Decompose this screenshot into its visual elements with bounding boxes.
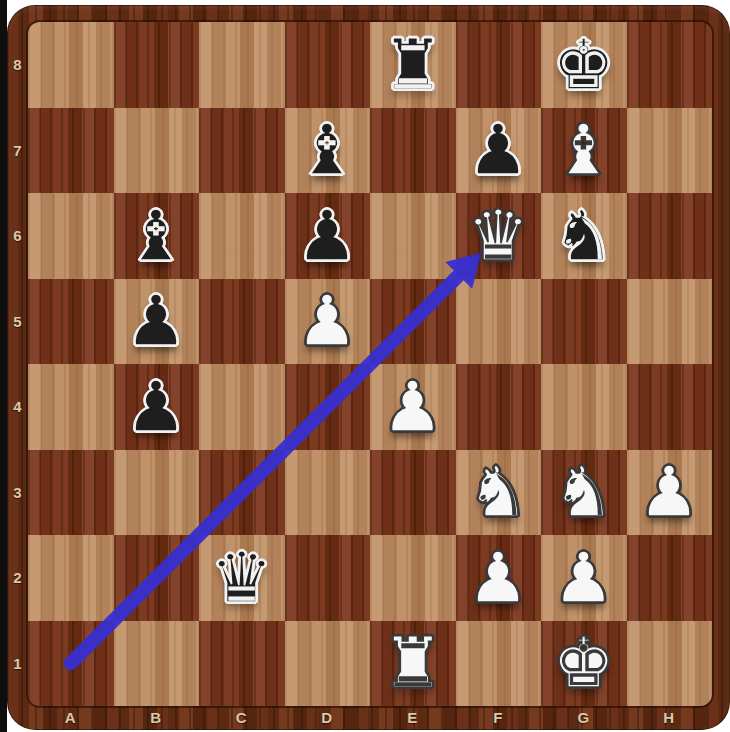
file-labels: ABCDEFGH xyxy=(28,706,712,730)
piece-white-queen-f6[interactable]: ♛ xyxy=(456,193,542,279)
piece-black-queen-c2[interactable]: ♛ xyxy=(199,535,285,621)
square-a1[interactable] xyxy=(28,621,114,707)
chessboard[interactable]: ♜♚♝♟♝♝♟♛♞♟♟♟♟♞♞♟♛♟♟♜♚ xyxy=(28,22,712,706)
square-d2[interactable] xyxy=(285,535,371,621)
rank-label-5: 5 xyxy=(7,279,28,365)
piece-white-pawn-h3[interactable]: ♟ xyxy=(627,450,713,536)
square-f1[interactable] xyxy=(456,621,542,707)
square-a3[interactable] xyxy=(28,450,114,536)
file-label-d: D xyxy=(285,706,371,728)
square-a5[interactable] xyxy=(28,279,114,365)
square-d4[interactable] xyxy=(285,364,371,450)
piece-white-king-g1[interactable]: ♚ xyxy=(541,621,627,707)
square-h2[interactable] xyxy=(627,535,713,621)
square-b1[interactable] xyxy=(114,621,200,707)
page-background: 87654321 ABCDEFGH ♜♚♝♟♝♝♟♛♞♟♟♟♟♞♞♟♛♟♟♜♚ xyxy=(0,0,730,732)
square-h4[interactable] xyxy=(627,364,713,450)
piece-black-bishop-d7[interactable]: ♝ xyxy=(285,108,371,194)
square-h1[interactable] xyxy=(627,621,713,707)
file-label-g: G xyxy=(541,706,627,728)
rank-label-7: 7 xyxy=(7,108,28,194)
piece-white-bishop-g7[interactable]: ♝ xyxy=(541,108,627,194)
square-a8[interactable] xyxy=(28,22,114,108)
square-f4[interactable] xyxy=(456,364,542,450)
file-label-f: F xyxy=(456,706,542,728)
square-c5[interactable] xyxy=(199,279,285,365)
square-e2[interactable] xyxy=(370,535,456,621)
square-b7[interactable] xyxy=(114,108,200,194)
piece-black-bishop-b6[interactable]: ♝ xyxy=(114,193,200,279)
square-f5[interactable] xyxy=(456,279,542,365)
rank-labels: 87654321 xyxy=(7,22,28,706)
square-b8[interactable] xyxy=(114,22,200,108)
rank-label-8: 8 xyxy=(7,22,28,108)
square-a7[interactable] xyxy=(28,108,114,194)
piece-black-pawn-f7[interactable]: ♟ xyxy=(456,108,542,194)
square-a2[interactable] xyxy=(28,535,114,621)
square-b3[interactable] xyxy=(114,450,200,536)
chessboard-frame: 87654321 ABCDEFGH ♜♚♝♟♝♝♟♛♞♟♟♟♟♞♞♟♛♟♟♜♚ xyxy=(7,5,730,730)
square-d1[interactable] xyxy=(285,621,371,707)
piece-white-pawn-g2[interactable]: ♟ xyxy=(541,535,627,621)
rank-label-6: 6 xyxy=(7,193,28,279)
piece-white-knight-g3[interactable]: ♞ xyxy=(541,450,627,536)
square-c7[interactable] xyxy=(199,108,285,194)
square-e7[interactable] xyxy=(370,108,456,194)
piece-black-rook-e8[interactable]: ♜ xyxy=(370,22,456,108)
file-label-e: E xyxy=(370,706,456,728)
rank-label-4: 4 xyxy=(7,364,28,450)
file-label-b: B xyxy=(114,706,200,728)
square-d3[interactable] xyxy=(285,450,371,536)
piece-white-knight-f3[interactable]: ♞ xyxy=(456,450,542,536)
square-e3[interactable] xyxy=(370,450,456,536)
square-d8[interactable] xyxy=(285,22,371,108)
square-a6[interactable] xyxy=(28,193,114,279)
piece-black-pawn-d6[interactable]: ♟ xyxy=(285,193,371,279)
square-a4[interactable] xyxy=(28,364,114,450)
file-label-h: H xyxy=(627,706,713,728)
square-c1[interactable] xyxy=(199,621,285,707)
square-e5[interactable] xyxy=(370,279,456,365)
piece-black-pawn-b5[interactable]: ♟ xyxy=(114,279,200,365)
square-c6[interactable] xyxy=(199,193,285,279)
square-h5[interactable] xyxy=(627,279,713,365)
piece-black-pawn-b4[interactable]: ♟ xyxy=(114,364,200,450)
rank-label-3: 3 xyxy=(7,450,28,536)
rank-label-1: 1 xyxy=(7,621,28,707)
file-label-a: A xyxy=(28,706,114,728)
square-c4[interactable] xyxy=(199,364,285,450)
file-label-c: C xyxy=(199,706,285,728)
square-h8[interactable] xyxy=(627,22,713,108)
piece-black-knight-g6[interactable]: ♞ xyxy=(541,193,627,279)
piece-white-pawn-e4[interactable]: ♟ xyxy=(370,364,456,450)
square-h7[interactable] xyxy=(627,108,713,194)
square-e6[interactable] xyxy=(370,193,456,279)
square-h6[interactable] xyxy=(627,193,713,279)
square-f8[interactable] xyxy=(456,22,542,108)
rank-label-2: 2 xyxy=(7,535,28,621)
piece-white-rook-e1[interactable]: ♜ xyxy=(370,621,456,707)
square-c8[interactable] xyxy=(199,22,285,108)
piece-white-pawn-d5[interactable]: ♟ xyxy=(285,279,371,365)
square-c3[interactable] xyxy=(199,450,285,536)
left-edge-strip xyxy=(0,0,7,732)
piece-black-king-g8[interactable]: ♚ xyxy=(541,22,627,108)
square-g4[interactable] xyxy=(541,364,627,450)
piece-white-pawn-f2[interactable]: ♟ xyxy=(456,535,542,621)
square-g5[interactable] xyxy=(541,279,627,365)
square-b2[interactable] xyxy=(114,535,200,621)
